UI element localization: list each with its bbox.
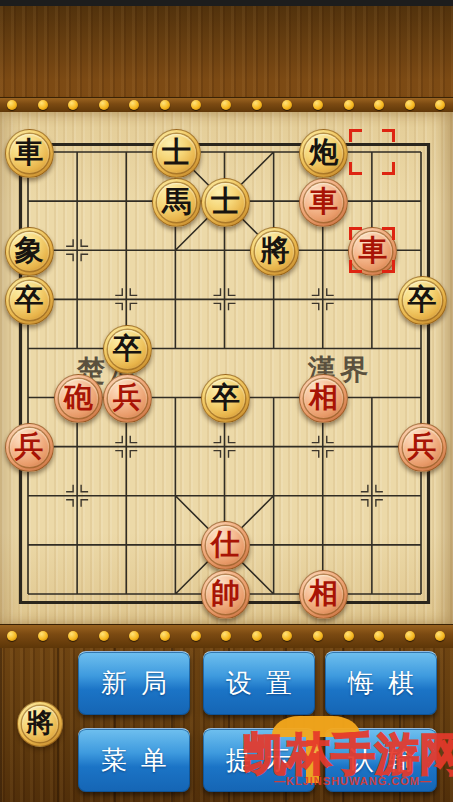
rail-stud	[129, 100, 139, 110]
piece-glyph: 砲	[64, 383, 93, 412]
piece-glyph: 士	[162, 138, 191, 167]
rail-stud	[435, 631, 445, 641]
rail-stud	[68, 100, 78, 110]
turn-indicator-piece: 將	[17, 701, 63, 747]
rail-stud	[405, 631, 415, 641]
settings-button[interactable]: 设置	[203, 651, 315, 715]
black-advisor[interactable]: 士	[152, 129, 201, 178]
red-elephant[interactable]: 相	[299, 374, 348, 423]
rail-stud	[191, 100, 201, 110]
rail-stud	[374, 100, 384, 110]
rail-stud	[252, 100, 262, 110]
piece-glyph: 士	[211, 187, 240, 216]
piece-glyph: 兵	[113, 383, 142, 412]
new-game-button[interactable]: 新局	[78, 651, 190, 715]
rail-stud	[282, 631, 292, 641]
menu-button[interactable]: 菜单	[78, 728, 190, 792]
red-pawn[interactable]: 兵	[5, 423, 54, 472]
piece-glyph: 帥	[211, 579, 240, 608]
resign-button[interactable]: 认输	[325, 728, 437, 792]
black-horse[interactable]: 馬	[152, 178, 201, 227]
undo-button[interactable]: 悔棋	[325, 651, 437, 715]
rail-stud	[374, 631, 384, 641]
red-chariot[interactable]: 車	[299, 178, 348, 227]
piece-glyph: 車	[358, 236, 387, 265]
black-pawn[interactable]: 卒	[201, 374, 250, 423]
rail-stud	[252, 631, 262, 641]
piece-glyph: 卒	[113, 334, 142, 363]
black-pawn[interactable]: 卒	[398, 276, 447, 325]
piece-glyph: 將	[260, 236, 289, 265]
rail-stud	[282, 100, 292, 110]
piece-glyph: 相	[309, 383, 338, 412]
turn-indicator-glyph: 將	[27, 710, 54, 737]
piece-glyph: 馬	[162, 187, 191, 216]
rail-stud	[129, 631, 139, 641]
xiangqi-app-screen: 楚河 漢界 車士炮馬士象將卒卒卒卒車車砲兵相兵兵仕帥相 將 新局 设置 悔棋 菜…	[0, 0, 453, 802]
piece-glyph: 仕	[211, 530, 240, 559]
rail-stud	[405, 100, 415, 110]
rail-stud	[221, 100, 231, 110]
piece-glyph: 卒	[408, 285, 437, 314]
red-cannon[interactable]: 砲	[54, 374, 103, 423]
piece-glyph: 相	[309, 579, 338, 608]
piece-glyph: 卒	[211, 383, 240, 412]
black-advisor[interactable]: 士	[201, 178, 250, 227]
rail-stud	[68, 631, 78, 641]
piece-glyph: 車	[15, 138, 44, 167]
black-pawn[interactable]: 卒	[5, 276, 54, 325]
piece-glyph: 卒	[15, 285, 44, 314]
rail-stud	[99, 631, 109, 641]
rail-stud	[160, 631, 170, 641]
piece-glyph: 炮	[309, 138, 338, 167]
black-chariot[interactable]: 車	[5, 129, 54, 178]
black-general[interactable]: 將	[250, 227, 299, 276]
hint-button[interactable]: 提示	[203, 728, 315, 792]
piece-glyph: 兵	[15, 432, 44, 461]
piece-glyph: 象	[15, 236, 44, 265]
rail-stud	[313, 100, 323, 110]
piece-glyph: 車	[309, 187, 338, 216]
red-chariot[interactable]: 車	[348, 227, 397, 276]
rail-stud	[99, 100, 109, 110]
rail-stud	[435, 100, 445, 110]
red-pawn[interactable]: 兵	[103, 374, 152, 423]
rail-stud	[160, 100, 170, 110]
decorative-rail-bottom	[0, 624, 453, 649]
piece-glyph: 兵	[408, 432, 437, 461]
status-bar	[0, 0, 453, 6]
black-elephant[interactable]: 象	[5, 227, 54, 276]
rail-stud	[344, 100, 354, 110]
rail-stud	[7, 631, 17, 641]
rail-stud	[221, 631, 231, 641]
rail-stud	[7, 100, 17, 110]
red-pawn[interactable]: 兵	[398, 423, 447, 472]
black-cannon[interactable]: 炮	[299, 129, 348, 178]
rail-stud	[313, 631, 323, 641]
rail-stud	[344, 631, 354, 641]
rail-stud	[191, 631, 201, 641]
rail-stud	[38, 631, 48, 641]
black-pawn[interactable]: 卒	[103, 325, 152, 374]
rail-stud	[38, 100, 48, 110]
